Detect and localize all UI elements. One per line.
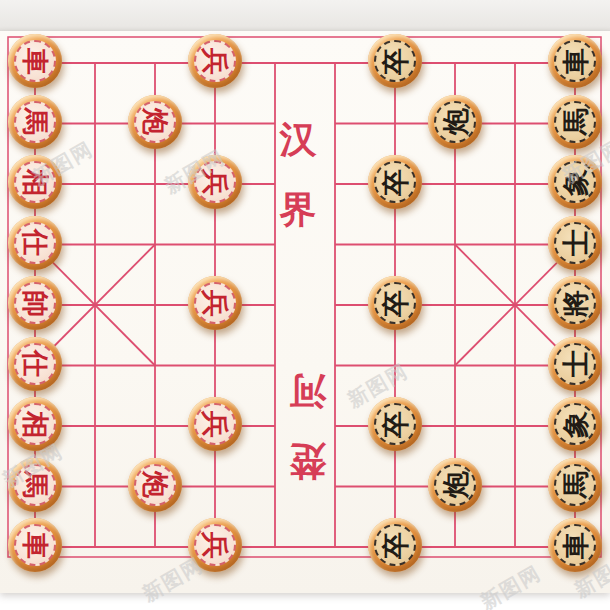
piece-glyph: 炮 <box>442 471 469 498</box>
piece-glyph: 兵 <box>202 48 229 75</box>
piece-glyph: 馬 <box>22 471 49 498</box>
piece-glyph: 卒 <box>382 411 409 438</box>
piece-red-general[interactable]: 帥 <box>8 276 62 330</box>
piece-glyph: 卒 <box>382 290 409 317</box>
piece-face: 相 <box>14 403 56 445</box>
piece-face: 卒 <box>374 282 416 324</box>
piece-face: 兵 <box>194 282 236 324</box>
piece-black-cannon[interactable]: 炮 <box>428 458 482 512</box>
piece-glyph: 卒 <box>382 48 409 75</box>
piece-glyph: 仕 <box>22 350 49 377</box>
river-label-0: 汉 <box>275 116 321 162</box>
piece-face: 仕 <box>14 222 56 264</box>
piece-black-elephant[interactable]: 象 <box>548 397 602 451</box>
piece-red-elephant[interactable]: 相 <box>8 397 62 451</box>
piece-glyph: 兵 <box>202 411 229 438</box>
piece-glyph: 士 <box>562 229 589 256</box>
piece-red-elephant[interactable]: 相 <box>8 155 62 209</box>
piece-face: 兵 <box>194 161 236 203</box>
piece-black-soldier[interactable]: 卒 <box>368 397 422 451</box>
piece-face: 卒 <box>374 161 416 203</box>
piece-face: 象 <box>554 161 596 203</box>
piece-glyph: 仕 <box>22 229 49 256</box>
piece-face: 兵 <box>194 40 236 82</box>
piece-glyph: 馬 <box>562 108 589 135</box>
river-label-1: 界 <box>275 186 321 232</box>
piece-glyph: 相 <box>22 411 49 438</box>
piece-glyph: 兵 <box>202 532 229 559</box>
piece-face: 馬 <box>14 464 56 506</box>
piece-face: 士 <box>554 222 596 264</box>
piece-red-chariot[interactable]: 車 <box>8 518 62 572</box>
piece-face: 車 <box>554 40 596 82</box>
piece-red-chariot[interactable]: 車 <box>8 34 62 88</box>
piece-red-horse[interactable]: 馬 <box>8 458 62 512</box>
piece-red-soldier[interactable]: 兵 <box>188 34 242 88</box>
piece-glyph: 炮 <box>142 471 169 498</box>
piece-red-soldier[interactable]: 兵 <box>188 276 242 330</box>
piece-black-cannon[interactable]: 炮 <box>428 95 482 149</box>
piece-glyph: 車 <box>22 48 49 75</box>
piece-glyph: 卒 <box>382 169 409 196</box>
piece-glyph: 馬 <box>562 471 589 498</box>
piece-face: 馬 <box>554 101 596 143</box>
piece-glyph: 炮 <box>442 108 469 135</box>
piece-black-soldier[interactable]: 卒 <box>368 276 422 330</box>
piece-black-soldier[interactable]: 卒 <box>368 518 422 572</box>
piece-face: 卒 <box>374 403 416 445</box>
piece-black-advisor[interactable]: 士 <box>548 337 602 391</box>
piece-black-elephant[interactable]: 象 <box>548 155 602 209</box>
piece-glyph: 車 <box>562 532 589 559</box>
piece-black-general[interactable]: 將 <box>548 276 602 330</box>
piece-face: 兵 <box>194 403 236 445</box>
piece-glyph: 兵 <box>202 169 229 196</box>
piece-glyph: 象 <box>562 169 589 196</box>
piece-black-chariot[interactable]: 車 <box>548 34 602 88</box>
piece-red-soldier[interactable]: 兵 <box>188 155 242 209</box>
piece-glyph: 炮 <box>142 108 169 135</box>
piece-black-horse[interactable]: 馬 <box>548 95 602 149</box>
piece-glyph: 車 <box>22 532 49 559</box>
piece-black-horse[interactable]: 馬 <box>548 458 602 512</box>
piece-glyph: 象 <box>562 411 589 438</box>
piece-face: 卒 <box>374 524 416 566</box>
piece-face: 車 <box>14 40 56 82</box>
piece-face: 馬 <box>554 464 596 506</box>
piece-face: 仕 <box>14 343 56 385</box>
piece-red-soldier[interactable]: 兵 <box>188 518 242 572</box>
river-label-flipped-0: 河 <box>285 369 331 415</box>
piece-face: 炮 <box>434 101 476 143</box>
piece-face: 帥 <box>14 282 56 324</box>
piece-glyph: 車 <box>562 48 589 75</box>
piece-glyph: 卒 <box>382 532 409 559</box>
xiangqi-board-photo: 汉界河楚 車馬相仕帥仕相馬車炮炮兵兵兵兵兵卒卒卒卒卒炮炮車馬象士將士象馬車 新图… <box>0 0 610 610</box>
piece-glyph: 帥 <box>22 290 49 317</box>
piece-black-soldier[interactable]: 卒 <box>368 155 422 209</box>
piece-face: 兵 <box>194 524 236 566</box>
piece-black-soldier[interactable]: 卒 <box>368 34 422 88</box>
piece-glyph: 馬 <box>22 108 49 135</box>
piece-red-cannon[interactable]: 炮 <box>128 95 182 149</box>
piece-face: 馬 <box>14 101 56 143</box>
piece-red-horse[interactable]: 馬 <box>8 95 62 149</box>
piece-face: 士 <box>554 343 596 385</box>
piece-glyph: 士 <box>562 350 589 377</box>
piece-face: 炮 <box>434 464 476 506</box>
piece-red-advisor[interactable]: 仕 <box>8 337 62 391</box>
piece-glyph: 相 <box>22 169 49 196</box>
river-label-flipped-1: 楚 <box>285 439 331 485</box>
piece-face: 卒 <box>374 40 416 82</box>
piece-face: 將 <box>554 282 596 324</box>
piece-black-chariot[interactable]: 車 <box>548 518 602 572</box>
piece-glyph: 兵 <box>202 290 229 317</box>
board-grid-lines <box>0 0 610 610</box>
piece-face: 象 <box>554 403 596 445</box>
piece-red-cannon[interactable]: 炮 <box>128 458 182 512</box>
piece-face: 車 <box>14 524 56 566</box>
piece-glyph: 將 <box>562 290 589 317</box>
piece-face: 車 <box>554 524 596 566</box>
piece-face: 炮 <box>134 464 176 506</box>
piece-face: 相 <box>14 161 56 203</box>
piece-red-soldier[interactable]: 兵 <box>188 397 242 451</box>
piece-face: 炮 <box>134 101 176 143</box>
piece-red-advisor[interactable]: 仕 <box>8 216 62 270</box>
piece-black-advisor[interactable]: 士 <box>548 216 602 270</box>
